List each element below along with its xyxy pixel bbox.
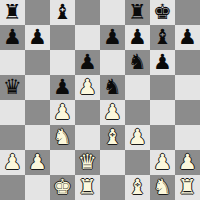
square-a4[interactable] <box>0 100 25 125</box>
square-e6[interactable] <box>100 50 125 75</box>
square-b8[interactable] <box>25 0 50 25</box>
piece-black-queen: ♛ <box>3 75 22 100</box>
piece-white-pawn: ♟ <box>53 100 72 125</box>
square-c6[interactable] <box>50 50 75 75</box>
piece-white-rook: ♜ <box>178 175 197 200</box>
piece-white-pawn: ♟ <box>28 150 47 175</box>
piece-white-pawn: ♟ <box>103 100 122 125</box>
square-d8[interactable] <box>75 0 100 25</box>
square-f7[interactable]: ♟ <box>125 25 150 50</box>
piece-black-pawn: ♟ <box>128 25 147 50</box>
square-d7[interactable] <box>75 25 100 50</box>
piece-white-pawn: ♟ <box>153 150 172 175</box>
square-h4[interactable] <box>175 100 200 125</box>
square-c5[interactable]: ♟ <box>50 75 75 100</box>
square-a7[interactable]: ♟ <box>0 25 25 50</box>
square-e1[interactable] <box>100 175 125 200</box>
piece-black-king: ♚ <box>153 0 172 25</box>
square-h1[interactable]: ♜ <box>175 175 200 200</box>
square-f8[interactable]: ♜ <box>125 0 150 25</box>
square-b7[interactable]: ♟ <box>25 25 50 50</box>
piece-black-rook: ♜ <box>128 0 147 25</box>
square-a5[interactable]: ♛ <box>0 75 25 100</box>
piece-black-pawn: ♟ <box>78 50 97 75</box>
square-e4[interactable]: ♟ <box>100 100 125 125</box>
square-c3[interactable]: ♞ <box>50 125 75 150</box>
square-e5[interactable]: ♞ <box>100 75 125 100</box>
square-e3[interactable]: ♝ <box>100 125 125 150</box>
square-c4[interactable]: ♟ <box>50 100 75 125</box>
square-d6[interactable]: ♟ <box>75 50 100 75</box>
square-f3[interactable]: ♟ <box>125 125 150 150</box>
piece-white-rook: ♜ <box>78 175 97 200</box>
square-b1[interactable] <box>25 175 50 200</box>
square-c7[interactable] <box>50 25 75 50</box>
piece-black-pawn: ♟ <box>153 50 172 75</box>
square-d2[interactable]: ♛ <box>75 150 100 175</box>
piece-white-knight: ♞ <box>53 125 72 150</box>
piece-white-pawn: ♟ <box>128 125 147 150</box>
square-h6[interactable] <box>175 50 200 75</box>
square-b3[interactable] <box>25 125 50 150</box>
square-h5[interactable] <box>175 75 200 100</box>
square-h2[interactable]: ♟ <box>175 150 200 175</box>
piece-black-bishop: ♝ <box>153 25 172 50</box>
square-d3[interactable] <box>75 125 100 150</box>
square-d4[interactable] <box>75 100 100 125</box>
square-a2[interactable]: ♟ <box>0 150 25 175</box>
piece-black-pawn: ♟ <box>28 25 47 50</box>
piece-white-king: ♚ <box>53 175 72 200</box>
square-f5[interactable] <box>125 75 150 100</box>
square-g2[interactable]: ♟ <box>150 150 175 175</box>
square-a1[interactable] <box>0 175 25 200</box>
piece-white-pawn: ♟ <box>3 150 22 175</box>
piece-black-pawn: ♟ <box>178 25 197 50</box>
square-b4[interactable] <box>25 100 50 125</box>
square-a3[interactable] <box>0 125 25 150</box>
square-f1[interactable]: ♝ <box>125 175 150 200</box>
square-g3[interactable] <box>150 125 175 150</box>
square-g7[interactable]: ♝ <box>150 25 175 50</box>
piece-black-bishop: ♝ <box>53 0 72 25</box>
piece-black-pawn: ♟ <box>53 75 72 100</box>
piece-black-knight: ♞ <box>128 50 147 75</box>
square-c2[interactable] <box>50 150 75 175</box>
square-c1[interactable]: ♚ <box>50 175 75 200</box>
piece-white-queen: ♛ <box>78 150 97 175</box>
piece-white-knight: ♞ <box>153 175 172 200</box>
square-g5[interactable] <box>150 75 175 100</box>
piece-white-bishop: ♝ <box>128 175 147 200</box>
chess-board: ♜♝♜♚♟♟♟♟♝♟♟♞♟♛♟♟♞♟♟♞♝♟♟♟♛♟♟♚♜♝♞♜ <box>0 0 200 200</box>
square-h8[interactable] <box>175 0 200 25</box>
square-d5[interactable]: ♟ <box>75 75 100 100</box>
piece-white-pawn: ♟ <box>78 75 97 100</box>
square-f6[interactable]: ♞ <box>125 50 150 75</box>
piece-white-bishop: ♝ <box>103 125 122 150</box>
square-a6[interactable] <box>0 50 25 75</box>
piece-black-knight: ♞ <box>103 75 122 100</box>
square-g4[interactable] <box>150 100 175 125</box>
square-f4[interactable] <box>125 100 150 125</box>
piece-black-pawn: ♟ <box>103 25 122 50</box>
square-d1[interactable]: ♜ <box>75 175 100 200</box>
square-a8[interactable]: ♜ <box>0 0 25 25</box>
square-e7[interactable]: ♟ <box>100 25 125 50</box>
square-g6[interactable]: ♟ <box>150 50 175 75</box>
square-h3[interactable] <box>175 125 200 150</box>
square-b5[interactable] <box>25 75 50 100</box>
square-e8[interactable] <box>100 0 125 25</box>
square-b6[interactable] <box>25 50 50 75</box>
square-h7[interactable]: ♟ <box>175 25 200 50</box>
square-c8[interactable]: ♝ <box>50 0 75 25</box>
square-e2[interactable] <box>100 150 125 175</box>
piece-black-pawn: ♟ <box>3 25 22 50</box>
piece-black-rook: ♜ <box>3 0 22 25</box>
piece-white-pawn: ♟ <box>178 150 197 175</box>
square-f2[interactable] <box>125 150 150 175</box>
square-b2[interactable]: ♟ <box>25 150 50 175</box>
square-g8[interactable]: ♚ <box>150 0 175 25</box>
square-g1[interactable]: ♞ <box>150 175 175 200</box>
chess-diagram: ♜♝♜♚♟♟♟♟♝♟♟♞♟♛♟♟♞♟♟♞♝♟♟♟♛♟♟♚♜♝♞♜ <box>0 0 200 200</box>
